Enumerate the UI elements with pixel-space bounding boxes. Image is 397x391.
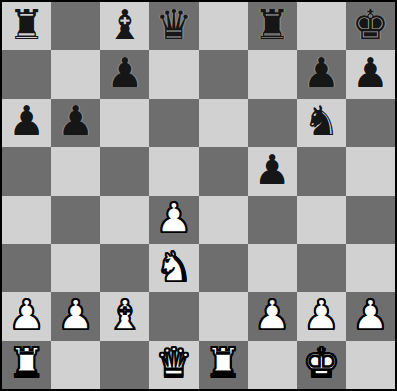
square-c2[interactable]: ♝ (100, 292, 149, 340)
square-c1[interactable] (100, 341, 149, 389)
square-d1[interactable]: ♛ (149, 341, 198, 389)
square-c5[interactable] (100, 147, 149, 195)
chess-board: ♜♝♛♜♚♟♟♟♟♟♞♟♟♞♟♟♝♟♟♟♜♛♜♚ (0, 0, 397, 391)
white-king: ♚ (303, 343, 340, 384)
black-pawn: ♟ (8, 101, 45, 142)
black-pawn: ♟ (57, 101, 94, 142)
white-pawn: ♟ (57, 295, 94, 336)
square-a7[interactable] (2, 50, 51, 98)
black-pawn: ♟ (106, 53, 143, 94)
square-b1[interactable] (51, 341, 100, 389)
white-queen: ♛ (156, 343, 193, 384)
white-pawn: ♟ (303, 295, 340, 336)
black-pawn: ♟ (352, 53, 389, 94)
square-g4[interactable] (297, 196, 346, 244)
square-h6[interactable] (346, 99, 395, 147)
white-pawn: ♟ (8, 295, 45, 336)
square-b6[interactable]: ♟ (51, 99, 100, 147)
square-g1[interactable]: ♚ (297, 341, 346, 389)
square-b7[interactable] (51, 50, 100, 98)
black-pawn: ♟ (303, 53, 340, 94)
square-b5[interactable] (51, 147, 100, 195)
square-c7[interactable]: ♟ (100, 50, 149, 98)
square-b2[interactable]: ♟ (51, 292, 100, 340)
square-h8[interactable]: ♚ (346, 2, 395, 50)
white-rook: ♜ (205, 343, 242, 384)
square-g6[interactable]: ♞ (297, 99, 346, 147)
square-e2[interactable] (199, 292, 248, 340)
square-d8[interactable]: ♛ (149, 2, 198, 50)
square-c3[interactable] (100, 244, 149, 292)
square-d3[interactable]: ♞ (149, 244, 198, 292)
square-e7[interactable] (199, 50, 248, 98)
square-b8[interactable] (51, 2, 100, 50)
square-f1[interactable] (248, 341, 297, 389)
square-h2[interactable]: ♟ (346, 292, 395, 340)
square-e3[interactable] (199, 244, 248, 292)
square-b4[interactable] (51, 196, 100, 244)
square-e6[interactable] (199, 99, 248, 147)
square-d4[interactable]: ♟ (149, 196, 198, 244)
white-knight: ♞ (156, 247, 193, 288)
white-pawn: ♟ (352, 295, 389, 336)
black-bishop: ♝ (106, 5, 143, 46)
square-f8[interactable]: ♜ (248, 2, 297, 50)
square-f4[interactable] (248, 196, 297, 244)
square-h5[interactable] (346, 147, 395, 195)
square-a1[interactable]: ♜ (2, 341, 51, 389)
square-h7[interactable]: ♟ (346, 50, 395, 98)
square-h3[interactable] (346, 244, 395, 292)
square-g7[interactable]: ♟ (297, 50, 346, 98)
square-c8[interactable]: ♝ (100, 2, 149, 50)
chess-diagram: ♜♝♛♜♚♟♟♟♟♟♞♟♟♞♟♟♝♟♟♟♜♛♜♚ (0, 0, 397, 391)
square-g5[interactable] (297, 147, 346, 195)
square-a8[interactable]: ♜ (2, 2, 51, 50)
white-bishop: ♝ (106, 295, 143, 336)
square-f2[interactable]: ♟ (248, 292, 297, 340)
square-a5[interactable] (2, 147, 51, 195)
square-g2[interactable]: ♟ (297, 292, 346, 340)
square-a2[interactable]: ♟ (2, 292, 51, 340)
square-g8[interactable] (297, 2, 346, 50)
square-f7[interactable] (248, 50, 297, 98)
white-pawn: ♟ (254, 295, 291, 336)
square-h4[interactable] (346, 196, 395, 244)
square-g3[interactable] (297, 244, 346, 292)
square-a4[interactable] (2, 196, 51, 244)
square-e4[interactable] (199, 196, 248, 244)
white-pawn: ♟ (156, 198, 193, 239)
square-a3[interactable] (2, 244, 51, 292)
black-queen: ♛ (156, 5, 193, 46)
square-d7[interactable] (149, 50, 198, 98)
square-d6[interactable] (149, 99, 198, 147)
black-pawn: ♟ (254, 150, 291, 191)
black-king: ♚ (352, 5, 389, 46)
black-knight: ♞ (303, 101, 340, 142)
square-h1[interactable] (346, 341, 395, 389)
square-a6[interactable]: ♟ (2, 99, 51, 147)
square-e5[interactable] (199, 147, 248, 195)
square-c4[interactable] (100, 196, 149, 244)
square-e1[interactable]: ♜ (199, 341, 248, 389)
square-e8[interactable] (199, 2, 248, 50)
white-rook: ♜ (8, 343, 45, 384)
black-rook: ♜ (8, 5, 45, 46)
square-c6[interactable] (100, 99, 149, 147)
square-f3[interactable] (248, 244, 297, 292)
square-f5[interactable]: ♟ (248, 147, 297, 195)
square-b3[interactable] (51, 244, 100, 292)
square-d5[interactable] (149, 147, 198, 195)
square-f6[interactable] (248, 99, 297, 147)
black-rook: ♜ (254, 5, 291, 46)
square-d2[interactable] (149, 292, 198, 340)
